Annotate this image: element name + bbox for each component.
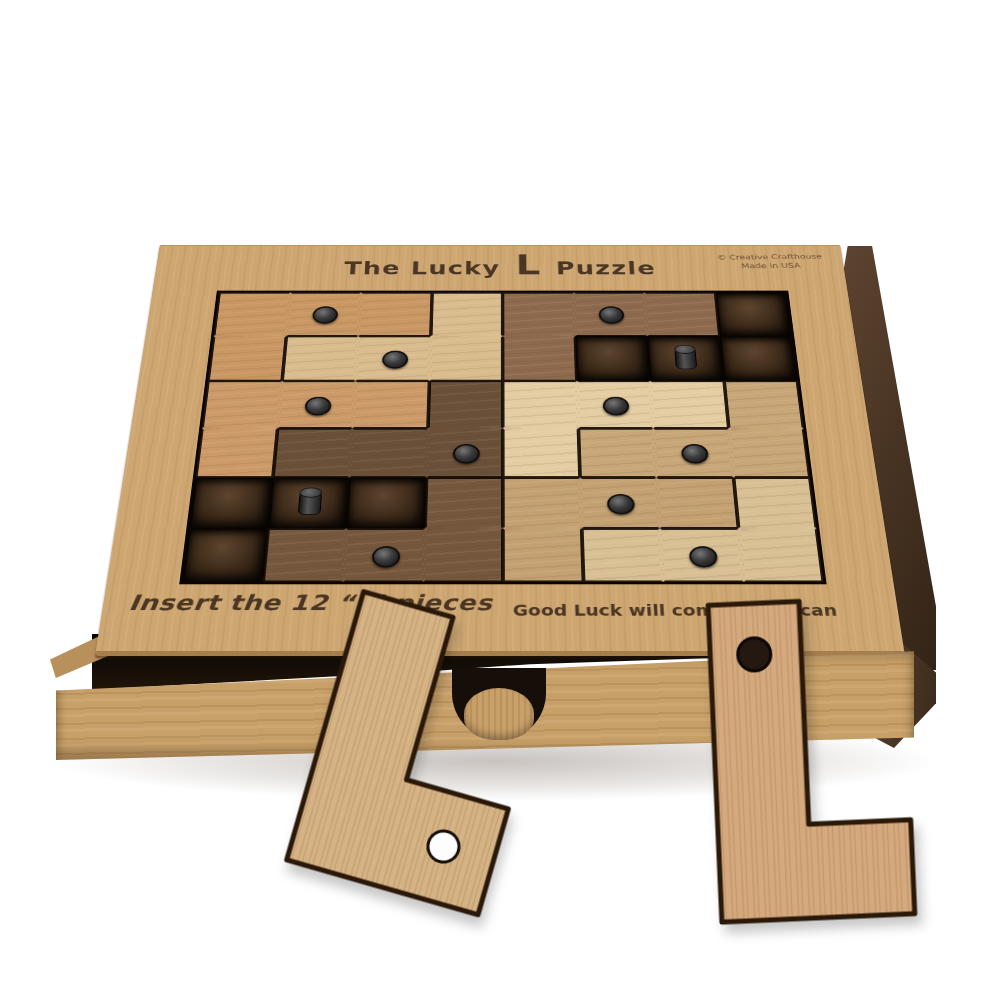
peg-piece-K[interactable] [688, 546, 718, 567]
piece-Y-cell[interactable] [282, 336, 359, 381]
piece-P-cell[interactable] [352, 381, 429, 428]
piece-K-cell[interactable] [733, 477, 816, 528]
title-suffix: Puzzle [555, 258, 656, 279]
piece-U-cell[interactable] [263, 529, 346, 582]
piece-Y-cell[interactable] [429, 336, 503, 381]
piece-K-cell[interactable] [738, 529, 823, 582]
title-letter-L: L [515, 249, 540, 281]
piece-Z-cell[interactable] [503, 292, 575, 336]
piece-S-cell[interactable] [578, 428, 656, 477]
empty-slot [346, 477, 426, 528]
maker-line2: Made in USA [717, 261, 824, 271]
piece-Q-cell[interactable] [272, 428, 352, 477]
empty-slot [182, 529, 267, 582]
empty-slot [719, 336, 797, 381]
piece-X-cell[interactable] [358, 292, 432, 336]
piece-Y-cell[interactable] [430, 292, 502, 336]
piece-S-cell[interactable] [728, 428, 810, 477]
piece-R-cell[interactable] [503, 428, 580, 477]
puzzle-recess [179, 291, 826, 585]
piece-R-cell[interactable] [650, 381, 728, 428]
piece-Z-cell[interactable] [644, 292, 719, 336]
piece-Q-cell[interactable] [349, 428, 427, 477]
peg-piece-R[interactable] [603, 397, 630, 416]
piece-X-cell[interactable] [208, 336, 286, 381]
standing-peg-1[interactable] [675, 349, 698, 370]
piece-V-cell[interactable] [656, 477, 738, 528]
empty-slot [715, 292, 791, 336]
lucky-l-puzzle-scene: The Lucky L Puzzle © Creative Crafthouse… [0, 0, 1000, 1000]
title-prefix: The Lucky [343, 258, 500, 279]
piece-X-cell[interactable] [214, 292, 290, 336]
piece-U-cell[interactable] [423, 529, 503, 582]
empty-slot [575, 336, 650, 381]
loose-piece-right-shape[interactable] [705, 594, 919, 928]
piece-S-cell[interactable] [724, 381, 804, 428]
piece-V-cell[interactable] [503, 477, 581, 528]
piece-Z-cell[interactable] [503, 336, 577, 381]
loose-piece-right[interactable] [705, 594, 919, 928]
peg-piece-U[interactable] [371, 546, 400, 567]
piece-P-cell[interactable] [202, 381, 282, 428]
piece-R-cell[interactable] [503, 381, 578, 428]
maker-engraving: © Creative Crafthouse Made in USA [716, 252, 824, 271]
piece-K-cell[interactable] [581, 529, 663, 582]
finger-hole [737, 637, 771, 671]
piece-P-cell[interactable] [196, 428, 277, 477]
piece-Q-cell[interactable] [428, 381, 503, 428]
puzzle-board: The Lucky L Puzzle © Creative Crafthouse… [95, 245, 905, 656]
empty-slot [189, 477, 272, 528]
piece-U-cell[interactable] [424, 477, 502, 528]
standing-peg-2[interactable] [297, 492, 321, 515]
piece-V-cell[interactable] [503, 529, 583, 582]
